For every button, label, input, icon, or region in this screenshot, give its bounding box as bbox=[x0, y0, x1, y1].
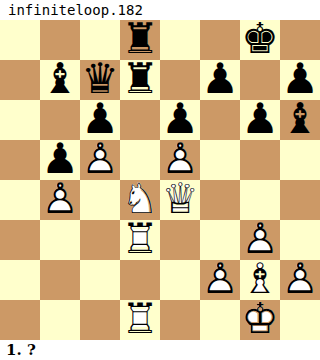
square-a1[interactable] bbox=[0, 300, 40, 340]
square-f1[interactable] bbox=[200, 300, 240, 340]
square-d1[interactable]: ♜♖ bbox=[120, 300, 160, 340]
white-pawn-icon: ♟♙ bbox=[200, 260, 240, 300]
square-c8[interactable] bbox=[80, 20, 120, 60]
square-a4[interactable] bbox=[0, 180, 40, 220]
square-a3[interactable] bbox=[0, 220, 40, 260]
black-pawn-icon: ♟ bbox=[80, 100, 120, 140]
white-pawn-icon: ♟♙ bbox=[40, 180, 80, 220]
square-h4[interactable] bbox=[280, 180, 320, 220]
black-bishop-icon: ♝ bbox=[40, 60, 80, 100]
square-e5[interactable]: ♟♙ bbox=[160, 140, 200, 180]
square-h8[interactable] bbox=[280, 20, 320, 60]
black-pawn-icon: ♟ bbox=[240, 100, 280, 140]
square-h3[interactable] bbox=[280, 220, 320, 260]
black-rook-icon: ♜ bbox=[120, 20, 160, 60]
square-f3[interactable] bbox=[200, 220, 240, 260]
black-pawn-icon: ♟ bbox=[160, 100, 200, 140]
black-queen-icon: ♛ bbox=[80, 60, 120, 100]
square-e6[interactable]: ♟ bbox=[160, 100, 200, 140]
square-b7[interactable]: ♝ bbox=[40, 60, 80, 100]
square-c4[interactable] bbox=[80, 180, 120, 220]
white-pawn-icon: ♟♙ bbox=[160, 140, 200, 180]
square-e3[interactable] bbox=[160, 220, 200, 260]
black-bishop-icon: ♝ bbox=[280, 100, 320, 140]
move-prompt: 1. ? bbox=[0, 340, 320, 360]
square-a5[interactable] bbox=[0, 140, 40, 180]
square-c1[interactable] bbox=[80, 300, 120, 340]
square-d5[interactable] bbox=[120, 140, 160, 180]
square-h2[interactable]: ♟♙ bbox=[280, 260, 320, 300]
square-f5[interactable] bbox=[200, 140, 240, 180]
square-b8[interactable] bbox=[40, 20, 80, 60]
square-e8[interactable] bbox=[160, 20, 200, 60]
square-h7[interactable]: ♟ bbox=[280, 60, 320, 100]
square-c5[interactable]: ♟♙ bbox=[80, 140, 120, 180]
square-g1[interactable]: ♚♔ bbox=[240, 300, 280, 340]
square-a8[interactable] bbox=[0, 20, 40, 60]
square-b3[interactable] bbox=[40, 220, 80, 260]
square-c3[interactable] bbox=[80, 220, 120, 260]
square-c6[interactable]: ♟ bbox=[80, 100, 120, 140]
square-d4[interactable]: ♞♘ bbox=[120, 180, 160, 220]
black-rook-icon: ♜ bbox=[120, 60, 160, 100]
white-bishop-icon: ♝♗ bbox=[240, 260, 280, 300]
square-e7[interactable] bbox=[160, 60, 200, 100]
square-f4[interactable] bbox=[200, 180, 240, 220]
square-a2[interactable] bbox=[0, 260, 40, 300]
black-pawn-icon: ♟ bbox=[280, 60, 320, 100]
square-f6[interactable] bbox=[200, 100, 240, 140]
square-d3[interactable]: ♜♖ bbox=[120, 220, 160, 260]
white-pawn-icon: ♟♙ bbox=[280, 260, 320, 300]
white-rook-icon: ♜♖ bbox=[120, 300, 160, 340]
white-queen-icon: ♛♕ bbox=[160, 180, 200, 220]
square-d8[interactable]: ♜ bbox=[120, 20, 160, 60]
square-b2[interactable] bbox=[40, 260, 80, 300]
square-g5[interactable] bbox=[240, 140, 280, 180]
square-g6[interactable]: ♟ bbox=[240, 100, 280, 140]
black-pawn-icon: ♟ bbox=[40, 140, 80, 180]
square-g4[interactable] bbox=[240, 180, 280, 220]
square-d2[interactable] bbox=[120, 260, 160, 300]
square-b6[interactable] bbox=[40, 100, 80, 140]
chess-board: ♜♚♝♛♜♟♟♟♟♟♝♟♟♙♟♙♟♙♞♘♛♕♜♖♟♙♟♙♝♗♟♙♜♖♚♔ bbox=[0, 20, 320, 340]
square-b5[interactable]: ♟ bbox=[40, 140, 80, 180]
square-e2[interactable] bbox=[160, 260, 200, 300]
puzzle-title: infiniteloop.182 bbox=[0, 0, 320, 20]
square-a6[interactable] bbox=[0, 100, 40, 140]
square-g8[interactable]: ♚ bbox=[240, 20, 280, 60]
black-king-icon: ♚ bbox=[240, 20, 280, 60]
white-pawn-icon: ♟♙ bbox=[240, 220, 280, 260]
square-g3[interactable]: ♟♙ bbox=[240, 220, 280, 260]
white-pawn-icon: ♟♙ bbox=[80, 140, 120, 180]
square-h5[interactable] bbox=[280, 140, 320, 180]
white-king-icon: ♚♔ bbox=[240, 300, 280, 340]
square-c2[interactable] bbox=[80, 260, 120, 300]
square-g2[interactable]: ♝♗ bbox=[240, 260, 280, 300]
square-d7[interactable]: ♜ bbox=[120, 60, 160, 100]
square-f2[interactable]: ♟♙ bbox=[200, 260, 240, 300]
white-knight-icon: ♞♘ bbox=[120, 180, 160, 220]
square-h6[interactable]: ♝ bbox=[280, 100, 320, 140]
square-b1[interactable] bbox=[40, 300, 80, 340]
white-rook-icon: ♜♖ bbox=[120, 220, 160, 260]
square-h1[interactable] bbox=[280, 300, 320, 340]
square-f7[interactable]: ♟ bbox=[200, 60, 240, 100]
square-g7[interactable] bbox=[240, 60, 280, 100]
square-c7[interactable]: ♛ bbox=[80, 60, 120, 100]
square-b4[interactable]: ♟♙ bbox=[40, 180, 80, 220]
square-a7[interactable] bbox=[0, 60, 40, 100]
square-d6[interactable] bbox=[120, 100, 160, 140]
square-e4[interactable]: ♛♕ bbox=[160, 180, 200, 220]
square-f8[interactable] bbox=[200, 20, 240, 60]
square-e1[interactable] bbox=[160, 300, 200, 340]
black-pawn-icon: ♟ bbox=[200, 60, 240, 100]
